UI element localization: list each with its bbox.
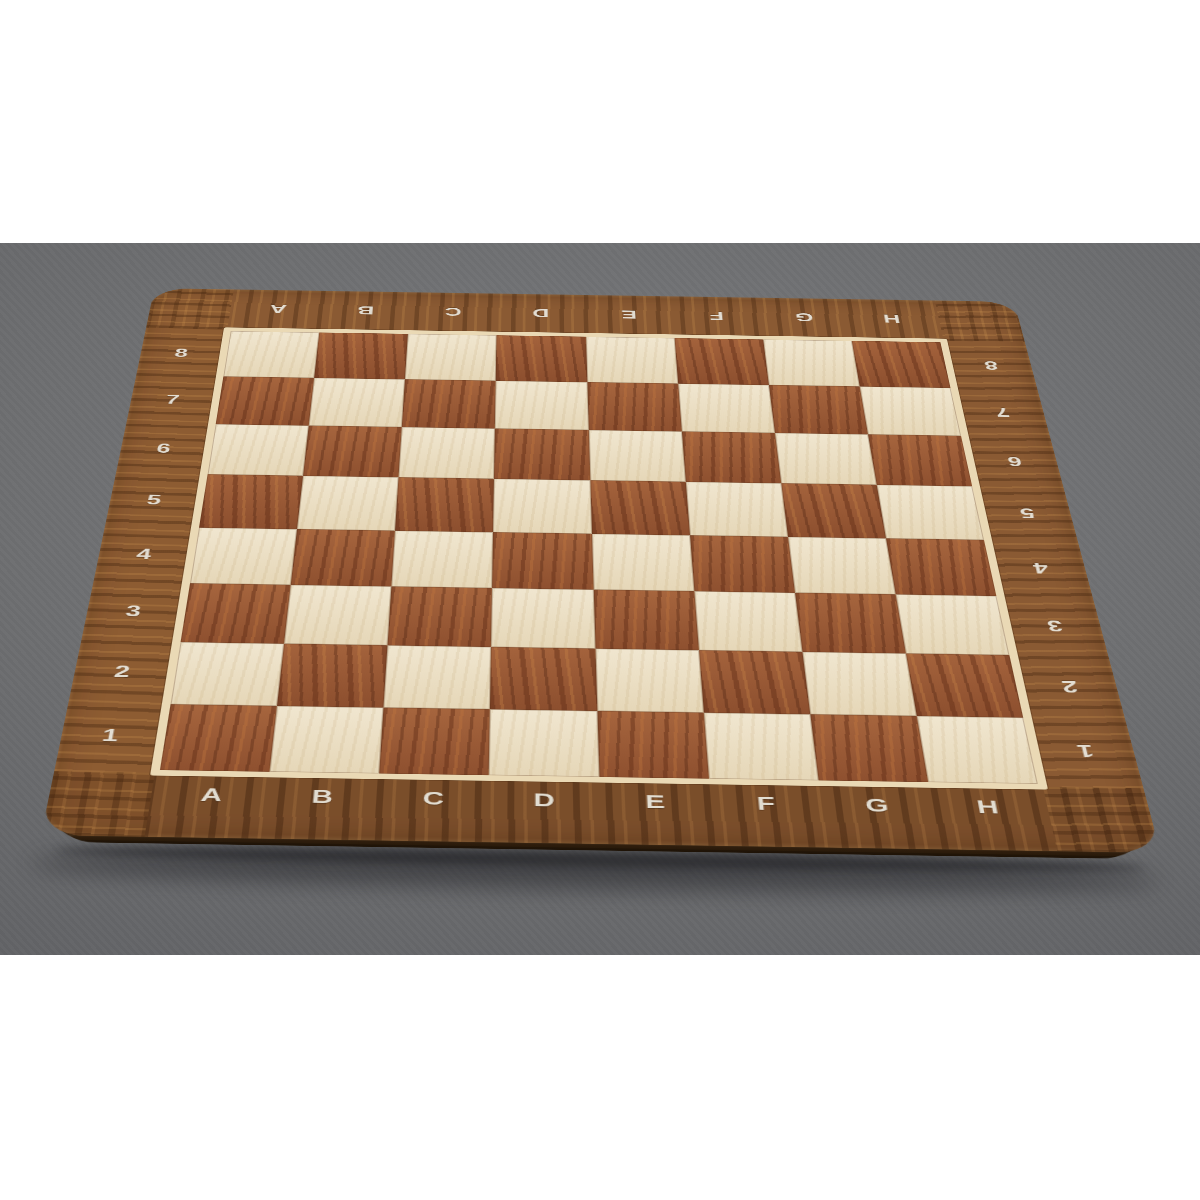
- square-f3: [694, 591, 802, 652]
- square-c4: [392, 530, 494, 587]
- file-label-d: D: [497, 301, 585, 325]
- square-a4: [190, 527, 297, 584]
- rank-label-4: 4: [112, 526, 175, 583]
- rank-label-6: 6: [984, 436, 1046, 487]
- square-g7: [769, 385, 868, 434]
- board-grid: [160, 331, 1038, 784]
- square-f6: [682, 432, 782, 484]
- file-label-a: A: [153, 776, 269, 814]
- rank-label-3: 3: [1021, 596, 1090, 656]
- rank-label-7: 7: [973, 388, 1034, 437]
- square-h5: [877, 485, 984, 540]
- square-h8: [852, 341, 951, 388]
- square-c7: [402, 379, 496, 428]
- file-label-a: A: [232, 297, 323, 321]
- square-b5: [297, 476, 399, 530]
- square-b4: [291, 529, 395, 586]
- square-c2: [384, 645, 492, 709]
- rank-label-8: 8: [153, 330, 209, 376]
- file-label-g: G: [819, 786, 935, 825]
- square-e7: [587, 382, 682, 431]
- square-f8: [674, 338, 768, 385]
- square-d3: [491, 588, 595, 649]
- square-f1: [703, 713, 818, 781]
- square-f7: [678, 384, 775, 433]
- rank-label-5: 5: [123, 473, 184, 527]
- square-b1: [270, 706, 384, 774]
- file-label-h: H: [929, 788, 1047, 827]
- square-h4: [886, 538, 996, 596]
- square-h1: [917, 716, 1038, 784]
- file-label-e: E: [585, 302, 674, 326]
- square-d5: [493, 479, 591, 534]
- file-label-d: D: [488, 781, 600, 820]
- square-g8: [763, 339, 860, 386]
- square-c3: [388, 586, 493, 647]
- rank-label-8: 8: [962, 343, 1021, 389]
- square-h2: [906, 653, 1023, 717]
- square-g4: [788, 537, 896, 595]
- rank-label-6: 6: [134, 423, 193, 474]
- square-a6: [208, 424, 309, 476]
- square-a8: [223, 331, 319, 378]
- product-photo-page: ABCDEFGH ABCDEFGH 87654321 87654321: [0, 0, 1200, 1200]
- rank-label-2: 2: [88, 641, 155, 704]
- square-h3: [896, 594, 1010, 655]
- square-a1: [160, 704, 277, 772]
- square-c1: [379, 708, 490, 776]
- square-b6: [303, 426, 402, 478]
- file-labels-bottom: ABCDEFGH: [153, 776, 1047, 827]
- file-label-f: F: [672, 304, 762, 328]
- square-h6: [868, 435, 972, 487]
- file-label-f: F: [709, 784, 824, 823]
- square-e5: [590, 480, 690, 535]
- file-label-c: C: [409, 300, 498, 324]
- square-c5: [395, 477, 494, 531]
- rank-labels-right: 87654321: [962, 343, 1123, 786]
- square-b8: [314, 332, 408, 379]
- square-g6: [775, 433, 877, 485]
- square-b3: [284, 585, 391, 646]
- square-e6: [588, 430, 685, 482]
- square-f5: [685, 482, 787, 537]
- square-a2: [171, 642, 285, 706]
- square-e3: [593, 589, 698, 650]
- square-d1: [489, 709, 599, 777]
- file-label-e: E: [599, 783, 712, 822]
- square-h7: [860, 387, 961, 436]
- square-b2: [277, 644, 388, 708]
- square-g1: [810, 714, 928, 782]
- file-label-b: B: [265, 777, 379, 816]
- chessboard: ABCDEFGH ABCDEFGH 87654321 87654321: [41, 288, 1161, 853]
- square-d6: [494, 429, 590, 481]
- square-f4: [690, 535, 795, 593]
- rank-label-1: 1: [75, 703, 145, 770]
- square-a3: [181, 583, 291, 643]
- square-g3: [795, 593, 906, 654]
- file-label-h: H: [846, 306, 938, 330]
- square-g5: [781, 483, 886, 538]
- square-e1: [597, 711, 709, 779]
- square-g2: [802, 652, 916, 716]
- square-c6: [399, 427, 495, 479]
- square-e8: [586, 337, 678, 384]
- square-c8: [405, 334, 497, 381]
- square-d4: [492, 532, 593, 589]
- rank-label-5: 5: [996, 487, 1060, 541]
- rank-label-1: 1: [1049, 718, 1123, 785]
- border-wood-grain-right: [935, 300, 1161, 852]
- square-d2: [490, 647, 597, 711]
- square-a5: [199, 474, 303, 528]
- square-d7: [495, 381, 588, 430]
- rank-label-3: 3: [100, 582, 165, 642]
- square-e2: [595, 648, 703, 712]
- rank-label-4: 4: [1008, 540, 1074, 597]
- file-label-b: B: [321, 298, 411, 322]
- square-e4: [592, 534, 694, 591]
- rank-label-2: 2: [1035, 655, 1106, 719]
- file-labels-top: ABCDEFGH: [232, 297, 937, 331]
- border-wood-grain-left: [41, 288, 234, 837]
- square-a7: [216, 377, 315, 426]
- photo-backdrop: ABCDEFGH ABCDEFGH 87654321 87654321: [0, 243, 1200, 955]
- square-b7: [309, 378, 405, 427]
- rank-label-7: 7: [143, 375, 201, 423]
- file-label-c: C: [377, 779, 489, 818]
- square-d8: [496, 335, 587, 382]
- file-label-g: G: [759, 305, 850, 329]
- square-f2: [699, 650, 810, 714]
- chessboard-top-surface: ABCDEFGH ABCDEFGH 87654321 87654321: [41, 288, 1161, 853]
- rank-labels-left: 87654321: [75, 330, 209, 770]
